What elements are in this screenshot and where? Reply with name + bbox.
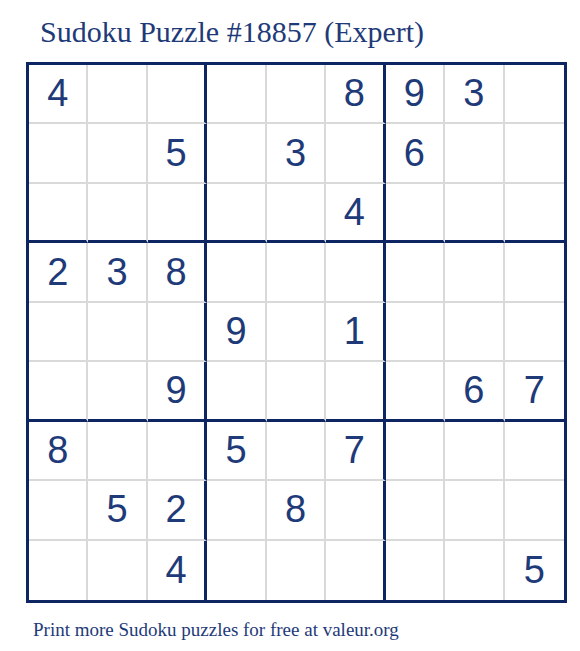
cell-r7c2	[88, 422, 147, 481]
cell-r5c1	[29, 303, 88, 362]
cell-r7c9	[505, 422, 564, 481]
cell-r8c9	[505, 481, 564, 540]
cell-r6c6	[326, 362, 385, 421]
cell-r2c6	[326, 124, 385, 183]
cell-r3c3	[148, 184, 207, 243]
cell-r4c7	[386, 243, 445, 302]
cell-r7c8	[445, 422, 504, 481]
cell-r2c3: 5	[148, 124, 207, 183]
cell-r7c5	[267, 422, 326, 481]
cell-r1c9	[505, 65, 564, 124]
cell-r5c5	[267, 303, 326, 362]
footer-text: Print more Sudoku puzzles for free at va…	[33, 618, 399, 642]
cell-r6c5	[267, 362, 326, 421]
cell-r9c8	[445, 541, 504, 600]
cell-r6c2	[88, 362, 147, 421]
cell-r5c8	[445, 303, 504, 362]
cell-r1c3	[148, 65, 207, 124]
cell-r7c6: 7	[326, 422, 385, 481]
cell-r9c1	[29, 541, 88, 600]
cell-r9c4	[207, 541, 266, 600]
cell-r7c3	[148, 422, 207, 481]
cell-r5c4: 9	[207, 303, 266, 362]
cell-r4c3: 8	[148, 243, 207, 302]
cell-r7c7	[386, 422, 445, 481]
cell-r1c7: 9	[386, 65, 445, 124]
cell-r4c2: 3	[88, 243, 147, 302]
cell-r9c7	[386, 541, 445, 600]
cell-r8c7	[386, 481, 445, 540]
cell-r3c4	[207, 184, 266, 243]
page-title: Sudoku Puzzle #18857 (Expert)	[40, 13, 424, 51]
sudoku-board: 489353642389196785752845	[26, 62, 567, 603]
cell-r3c9	[505, 184, 564, 243]
cell-r1c4	[207, 65, 266, 124]
cell-r8c2: 5	[88, 481, 147, 540]
cell-r4c8	[445, 243, 504, 302]
cell-r4c1: 2	[29, 243, 88, 302]
cell-r4c6	[326, 243, 385, 302]
cell-r3c2	[88, 184, 147, 243]
cell-r6c7	[386, 362, 445, 421]
cell-r1c2	[88, 65, 147, 124]
sudoku-page: Sudoku Puzzle #18857 (Expert) 4893536423…	[0, 0, 580, 651]
cell-r9c9: 5	[505, 541, 564, 600]
cell-r3c8	[445, 184, 504, 243]
cell-r2c5: 3	[267, 124, 326, 183]
cell-r1c5	[267, 65, 326, 124]
cell-r4c4	[207, 243, 266, 302]
cell-r3c1	[29, 184, 88, 243]
cell-r1c6: 8	[326, 65, 385, 124]
cell-r4c5	[267, 243, 326, 302]
cell-r9c2	[88, 541, 147, 600]
cell-r4c9	[505, 243, 564, 302]
cell-r2c4	[207, 124, 266, 183]
cell-r9c6	[326, 541, 385, 600]
cell-r2c9	[505, 124, 564, 183]
cell-r8c4	[207, 481, 266, 540]
cell-r3c5	[267, 184, 326, 243]
cell-r8c1	[29, 481, 88, 540]
cell-r6c8: 6	[445, 362, 504, 421]
cell-r8c3: 2	[148, 481, 207, 540]
cell-r3c6: 4	[326, 184, 385, 243]
cell-r5c7	[386, 303, 445, 362]
cell-r2c1	[29, 124, 88, 183]
cell-r6c1	[29, 362, 88, 421]
cell-r1c8: 3	[445, 65, 504, 124]
cell-r2c2	[88, 124, 147, 183]
cell-r9c3: 4	[148, 541, 207, 600]
cell-r5c2	[88, 303, 147, 362]
cell-r5c3	[148, 303, 207, 362]
cell-r6c3: 9	[148, 362, 207, 421]
cell-r7c4: 5	[207, 422, 266, 481]
cell-r1c1: 4	[29, 65, 88, 124]
cell-r7c1: 8	[29, 422, 88, 481]
cell-r3c7	[386, 184, 445, 243]
cell-r6c4	[207, 362, 266, 421]
cell-r9c5	[267, 541, 326, 600]
cell-r5c9	[505, 303, 564, 362]
cell-r8c5: 8	[267, 481, 326, 540]
cell-r2c7: 6	[386, 124, 445, 183]
cell-r8c6	[326, 481, 385, 540]
cell-r5c6: 1	[326, 303, 385, 362]
cell-r2c8	[445, 124, 504, 183]
cell-r8c8	[445, 481, 504, 540]
cell-r6c9: 7	[505, 362, 564, 421]
